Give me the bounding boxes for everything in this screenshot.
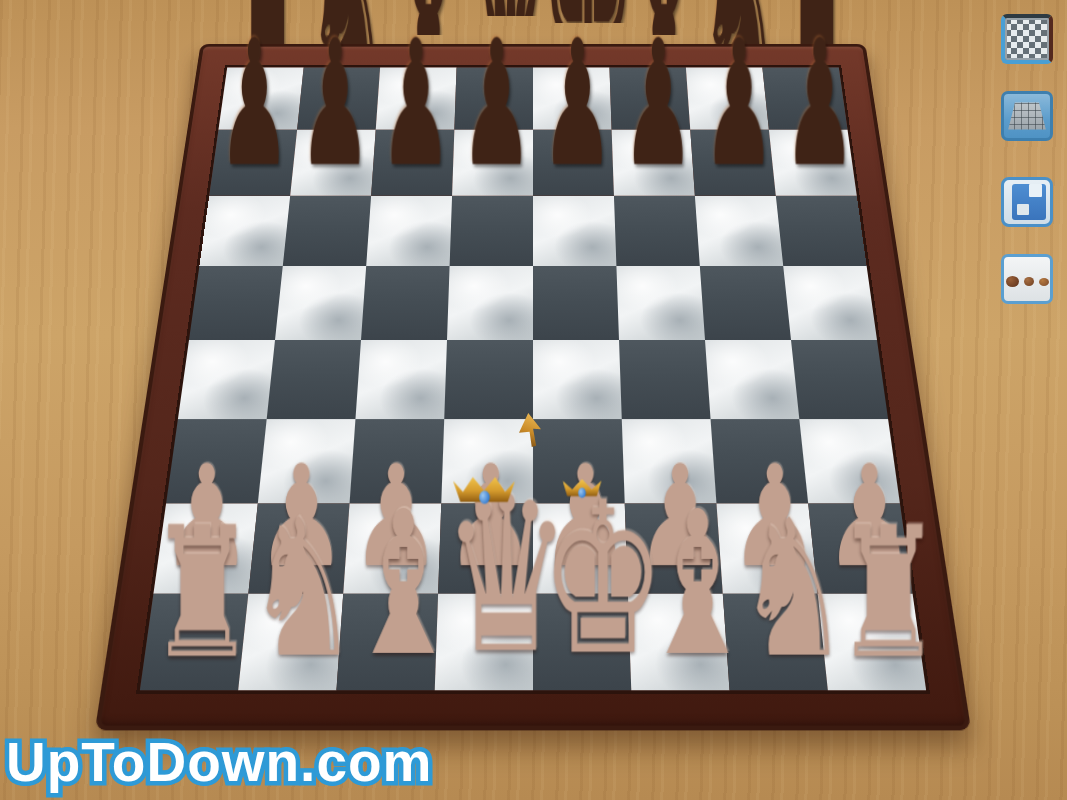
square-e6[interactable] [533, 196, 616, 266]
square-g7[interactable]: ♟ [690, 130, 776, 196]
square-d5[interactable] [447, 266, 533, 340]
square-d1[interactable]: ♛ [435, 594, 533, 691]
piece-white-knight[interactable]: ♞ [246, 494, 329, 684]
piece-black-pawn[interactable]: ♟ [703, 17, 768, 191]
square-a5[interactable] [189, 266, 283, 340]
square-f7[interactable]: ♟ [612, 130, 695, 196]
square-f6[interactable] [614, 196, 700, 266]
square-e7[interactable]: ♟ [533, 130, 614, 196]
square-h4[interactable] [791, 340, 888, 419]
square-g4[interactable] [705, 340, 799, 419]
floppy-label [1017, 204, 1029, 215]
piece-white-rook[interactable]: ♜ [148, 502, 231, 683]
crown-gem-icon [479, 491, 490, 504]
square-g5[interactable] [700, 266, 791, 340]
piece-white-rook[interactable]: ♜ [834, 502, 917, 683]
board-grid: ♜♞♝♛♚♝♞♜♟♟♟♟♟♟♟♟♟♟♟♟♟♟♟♟♜♞♝♛♚♝♞♜ [140, 68, 926, 691]
piece-white-knight[interactable]: ♞ [736, 494, 819, 684]
board-3d-icon [1007, 100, 1047, 132]
piece-black-pawn[interactable]: ♟ [783, 17, 848, 191]
square-e4[interactable] [533, 340, 622, 419]
board-frame: ♜♞♝♛♚♝♞♜♟♟♟♟♟♟♟♟♟♟♟♟♟♟♟♟♜♞♝♛♚♝♞♜ [95, 44, 971, 731]
square-b4[interactable] [267, 340, 361, 419]
piece-black-pawn[interactable]: ♟ [460, 17, 525, 191]
crown-gem-icon [578, 488, 586, 498]
view-2d-button[interactable] [1001, 14, 1053, 64]
square-c6[interactable] [366, 196, 452, 266]
save-game-button[interactable] [1001, 177, 1053, 227]
piece-black-pawn[interactable]: ♟ [299, 17, 364, 191]
square-h1[interactable]: ♜ [818, 594, 926, 691]
square-c1[interactable]: ♝ [336, 594, 438, 691]
square-h6[interactable] [776, 196, 867, 266]
square-e5[interactable] [533, 266, 619, 340]
piece-black-pawn[interactable]: ♟ [380, 17, 445, 191]
game-window: ♜♞♝♛♚♝♞♜♟♟♟♟♟♟♟♟♟♟♟♟♟♟♟♟♜♞♝♛♚♝♞♜ UpToDow… [0, 0, 1067, 800]
square-f1[interactable]: ♝ [628, 594, 730, 691]
pieces-tray-icon [1004, 276, 1050, 287]
square-a1[interactable]: ♜ [140, 594, 248, 691]
tray-piece [1039, 278, 1049, 286]
tray-piece [1006, 276, 1019, 287]
piece-white-king[interactable]: ♚ [540, 473, 623, 683]
board-scene: ♜♞♝♛♚♝♞♜♟♟♟♟♟♟♟♟♟♟♟♟♟♟♟♟♜♞♝♛♚♝♞♜ [155, 0, 911, 718]
watermark: UpToDown.com [6, 730, 433, 794]
square-h5[interactable] [783, 266, 877, 340]
square-a6[interactable] [199, 196, 290, 266]
piece-black-pawn[interactable]: ♟ [218, 17, 283, 191]
tray-piece [1024, 277, 1034, 286]
view-3d-button[interactable] [1001, 91, 1053, 141]
square-e1[interactable]: ♚ [533, 594, 631, 691]
square-f4[interactable] [619, 340, 711, 419]
square-b1[interactable]: ♞ [238, 594, 343, 691]
piece-black-pawn[interactable]: ♟ [541, 17, 606, 191]
square-g6[interactable] [695, 196, 783, 266]
square-b5[interactable] [275, 266, 366, 340]
floppy-shutter [1029, 184, 1042, 197]
square-d6[interactable] [450, 196, 533, 266]
captured-pieces-button[interactable] [1001, 254, 1053, 304]
square-b7[interactable]: ♟ [290, 130, 376, 196]
square-h7[interactable]: ♟ [769, 130, 857, 196]
piece-white-bishop[interactable]: ♝ [638, 485, 721, 683]
square-g1[interactable]: ♞ [723, 594, 828, 691]
square-f5[interactable] [616, 266, 705, 340]
floppy-disk-icon [1012, 184, 1046, 220]
square-d4[interactable] [444, 340, 533, 419]
square-c7[interactable]: ♟ [371, 130, 454, 196]
square-c4[interactable] [355, 340, 447, 419]
square-a7[interactable]: ♟ [209, 130, 297, 196]
piece-black-pawn[interactable]: ♟ [622, 17, 687, 191]
square-b6[interactable] [283, 196, 371, 266]
square-a4[interactable] [178, 340, 275, 419]
piece-white-queen[interactable]: ♛ [442, 467, 525, 683]
square-d7[interactable]: ♟ [452, 130, 533, 196]
piece-white-bishop[interactable]: ♝ [344, 485, 427, 683]
square-c5[interactable] [361, 266, 450, 340]
watermark-text: UpToDown.com [6, 730, 433, 794]
